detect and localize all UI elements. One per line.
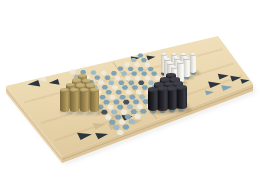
peg-natural[interactable] — [70, 90, 79, 112]
peg-body — [90, 90, 99, 112]
peg-black[interactable] — [148, 89, 158, 111]
peg-body — [70, 90, 79, 112]
peg-body — [80, 90, 89, 112]
peg-top — [164, 58, 171, 61]
peg-body — [157, 89, 167, 111]
peg-black[interactable] — [157, 89, 167, 111]
peg-top — [171, 66, 178, 69]
peg-natural[interactable] — [90, 90, 99, 112]
product-photo-scene — [0, 0, 260, 190]
peg-natural[interactable] — [80, 90, 89, 112]
peg-white[interactable] — [183, 59, 190, 78]
peg-body — [183, 59, 190, 78]
peg-top — [190, 53, 197, 56]
peg-natural[interactable] — [60, 90, 69, 112]
peg-top — [86, 83, 95, 87]
peg-top — [82, 79, 91, 83]
peg-top — [183, 57, 190, 60]
peg-body — [190, 54, 197, 73]
peg-body — [60, 90, 69, 112]
peg-top — [148, 87, 158, 92]
peg-top — [78, 74, 87, 78]
peg-white[interactable] — [190, 54, 197, 73]
peg-top — [72, 78, 81, 82]
peg-body — [148, 89, 158, 111]
peg-black[interactable] — [176, 88, 186, 110]
peg-black[interactable] — [167, 88, 177, 110]
peg-top — [180, 53, 187, 56]
peg-top — [76, 83, 85, 87]
peg-top — [176, 85, 186, 90]
peg-top — [167, 86, 177, 91]
peg-body — [176, 88, 186, 110]
peg-top — [60, 88, 69, 92]
peg-top — [167, 62, 174, 65]
peg-body — [167, 88, 177, 110]
chinese-checkers-board — [0, 0, 260, 190]
